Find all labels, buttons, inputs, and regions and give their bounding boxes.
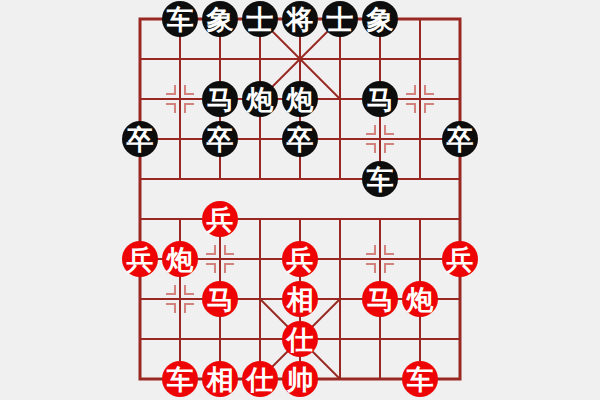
piece-black-cannon[interactable]: 炮 <box>282 81 318 117</box>
intersection-e0: 将 <box>280 0 320 39</box>
piece-red-soldier[interactable]: 兵 <box>202 201 238 237</box>
piece-black-advisor[interactable]: 士 <box>322 1 358 37</box>
intersection-i5 <box>440 199 480 239</box>
intersection-i1 <box>440 39 480 79</box>
intersection-e2: 炮 <box>280 79 320 119</box>
intersection-a6: 兵 <box>120 239 160 279</box>
intersection-d0: 士 <box>240 0 280 39</box>
intersection-e5 <box>280 199 320 239</box>
piece-red-cannon[interactable]: 炮 <box>162 241 198 277</box>
intersection-b9: 车 <box>160 359 200 399</box>
intersection-c4 <box>200 159 240 199</box>
intersection-a4 <box>120 159 160 199</box>
intersection-g3 <box>360 119 400 159</box>
intersection-d8 <box>240 319 280 359</box>
piece-black-soldier[interactable]: 卒 <box>282 121 318 157</box>
intersection-g8 <box>360 319 400 359</box>
intersection-i9 <box>440 359 480 399</box>
intersection-g2: 马 <box>360 79 400 119</box>
piece-red-cannon[interactable]: 炮 <box>402 281 438 317</box>
intersection-c6 <box>200 239 240 279</box>
intersection-e9: 帅 <box>280 359 320 399</box>
intersection-i2 <box>440 79 480 119</box>
piece-black-chariot[interactable]: 车 <box>362 161 398 197</box>
intersection-a8 <box>120 319 160 359</box>
intersection-h7: 炮 <box>400 279 440 319</box>
piece-red-advisor[interactable]: 仕 <box>242 361 278 397</box>
intersection-a9 <box>120 359 160 399</box>
intersection-f3 <box>320 119 360 159</box>
piece-red-horse[interactable]: 马 <box>362 281 398 317</box>
piece-black-cannon[interactable]: 炮 <box>242 81 278 117</box>
intersection-g1 <box>360 39 400 79</box>
piece-black-chariot[interactable]: 车 <box>162 1 198 37</box>
piece-black-soldier[interactable]: 卒 <box>122 121 158 157</box>
intersection-g4: 车 <box>360 159 400 199</box>
intersection-d9: 仕 <box>240 359 280 399</box>
intersection-f5 <box>320 199 360 239</box>
piece-red-soldier[interactable]: 兵 <box>442 241 478 277</box>
intersection-b5 <box>160 199 200 239</box>
piece-black-elephant[interactable]: 象 <box>362 1 398 37</box>
intersection-h0 <box>400 0 440 39</box>
intersection-c7: 马 <box>200 279 240 319</box>
intersection-b1 <box>160 39 200 79</box>
intersection-f8 <box>320 319 360 359</box>
intersection-h5 <box>400 199 440 239</box>
intersection-b8 <box>160 319 200 359</box>
intersection-f4 <box>320 159 360 199</box>
intersection-i4 <box>440 159 480 199</box>
piece-black-soldier[interactable]: 卒 <box>202 121 238 157</box>
intersection-i3: 卒 <box>440 119 480 159</box>
intersection-g0: 象 <box>360 0 400 39</box>
piece-black-general[interactable]: 将 <box>282 1 318 37</box>
intersection-i7 <box>440 279 480 319</box>
piece-red-elephant[interactable]: 相 <box>282 281 318 317</box>
intersection-b0: 车 <box>160 0 200 39</box>
intersection-a7 <box>120 279 160 319</box>
intersection-b7 <box>160 279 200 319</box>
intersection-c3: 卒 <box>200 119 240 159</box>
piece-black-advisor[interactable]: 士 <box>242 1 278 37</box>
intersection-f0: 士 <box>320 0 360 39</box>
piece-red-advisor[interactable]: 仕 <box>282 321 318 357</box>
piece-red-soldier[interactable]: 兵 <box>122 241 158 277</box>
intersection-h2 <box>400 79 440 119</box>
intersection-f9 <box>320 359 360 399</box>
intersection-g7: 马 <box>360 279 400 319</box>
intersection-a0 <box>120 0 160 39</box>
piece-red-soldier[interactable]: 兵 <box>282 241 318 277</box>
intersection-c2: 马 <box>200 79 240 119</box>
intersection-g5 <box>360 199 400 239</box>
intersection-b6: 炮 <box>160 239 200 279</box>
piece-red-chariot[interactable]: 车 <box>162 361 198 397</box>
piece-red-chariot[interactable]: 车 <box>402 361 438 397</box>
board-grid: 车象士将士象马炮炮马卒卒卒卒车兵兵炮兵兵马相马炮仕车相仕帅车 <box>120 0 480 399</box>
intersection-h8 <box>400 319 440 359</box>
intersection-f6 <box>320 239 360 279</box>
intersection-h4 <box>400 159 440 199</box>
intersection-d5 <box>240 199 280 239</box>
intersection-a1 <box>120 39 160 79</box>
intersection-d7 <box>240 279 280 319</box>
intersection-e4 <box>280 159 320 199</box>
intersection-a5 <box>120 199 160 239</box>
intersection-g9 <box>360 359 400 399</box>
intersection-h3 <box>400 119 440 159</box>
intersection-b4 <box>160 159 200 199</box>
intersection-e1 <box>280 39 320 79</box>
intersection-e3: 卒 <box>280 119 320 159</box>
intersection-g6 <box>360 239 400 279</box>
piece-red-elephant[interactable]: 相 <box>202 361 238 397</box>
intersection-c1 <box>200 39 240 79</box>
intersection-d3 <box>240 119 280 159</box>
piece-red-general[interactable]: 帅 <box>282 361 318 397</box>
intersection-c9: 相 <box>200 359 240 399</box>
intersection-a3: 卒 <box>120 119 160 159</box>
intersection-i8 <box>440 319 480 359</box>
intersection-f7 <box>320 279 360 319</box>
xiangqi-diagram: 车象士将士象马炮炮马卒卒卒卒车兵兵炮兵兵马相马炮仕车相仕帅车 <box>0 0 600 400</box>
intersection-f2 <box>320 79 360 119</box>
intersection-a2 <box>120 79 160 119</box>
intersection-d4 <box>240 159 280 199</box>
intersection-e7: 相 <box>280 279 320 319</box>
piece-black-elephant[interactable]: 象 <box>202 1 238 37</box>
intersection-c0: 象 <box>200 0 240 39</box>
piece-black-horse[interactable]: 马 <box>202 81 238 117</box>
intersection-h1 <box>400 39 440 79</box>
intersection-h9: 车 <box>400 359 440 399</box>
intersection-f1 <box>320 39 360 79</box>
piece-black-horse[interactable]: 马 <box>362 81 398 117</box>
intersection-d6 <box>240 239 280 279</box>
intersection-d2: 炮 <box>240 79 280 119</box>
piece-black-soldier[interactable]: 卒 <box>442 121 478 157</box>
piece-red-horse[interactable]: 马 <box>202 281 238 317</box>
intersection-b2 <box>160 79 200 119</box>
intersection-i6: 兵 <box>440 239 480 279</box>
intersection-d1 <box>240 39 280 79</box>
intersection-c5: 兵 <box>200 199 240 239</box>
intersection-c8 <box>200 319 240 359</box>
intersection-e8: 仕 <box>280 319 320 359</box>
intersection-i0 <box>440 0 480 39</box>
intersection-b3 <box>160 119 200 159</box>
intersection-h6 <box>400 239 440 279</box>
intersection-e6: 兵 <box>280 239 320 279</box>
